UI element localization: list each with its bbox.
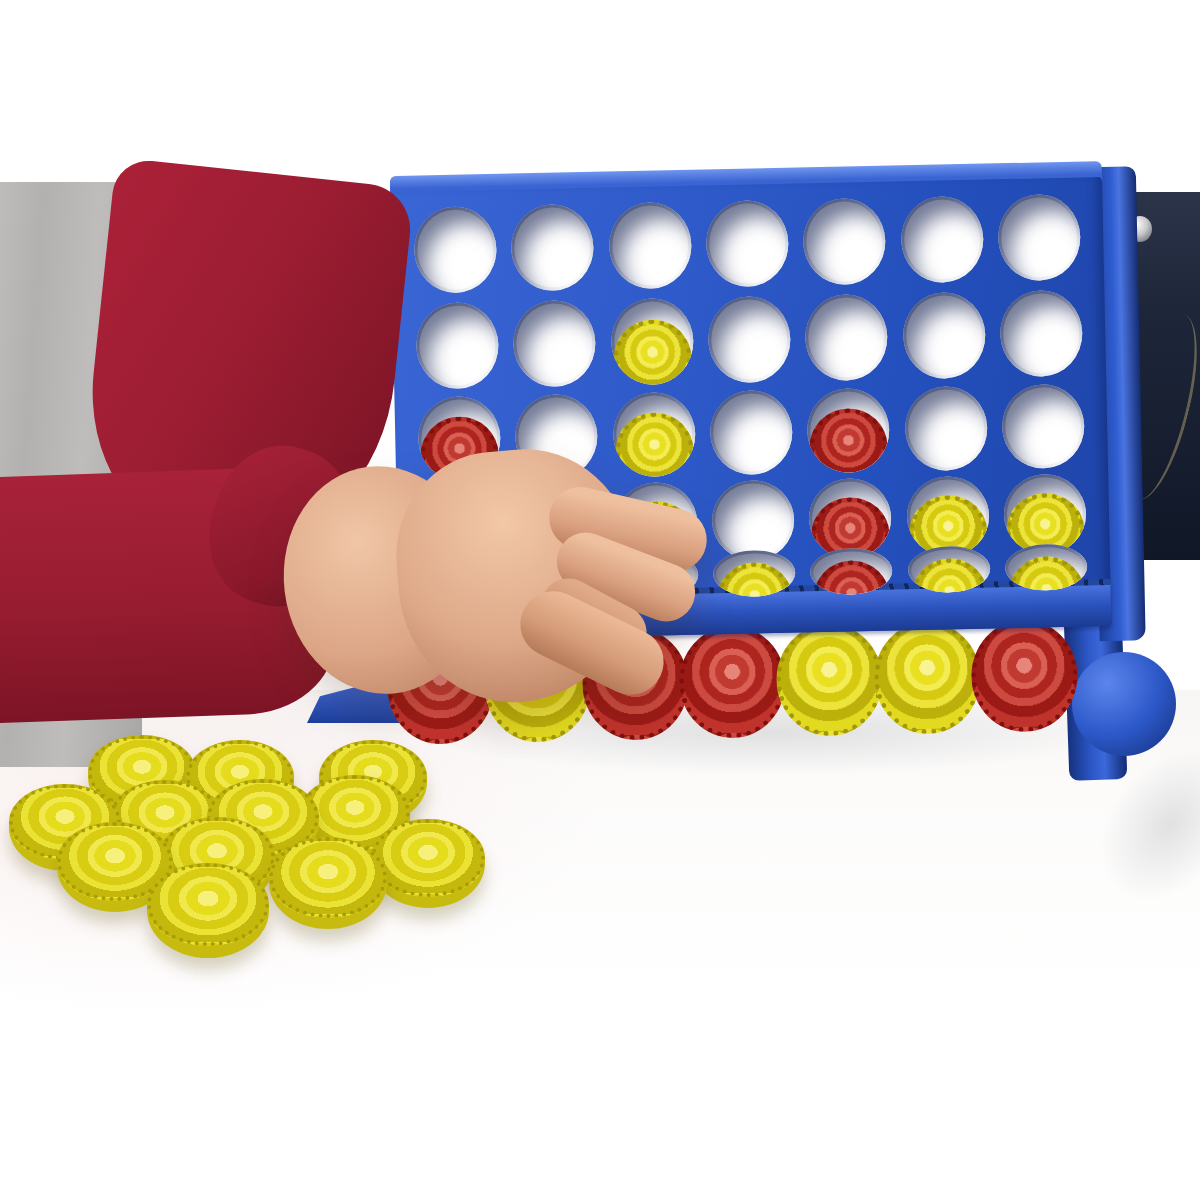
board-hole-c5-r3 <box>806 388 890 474</box>
photo-scene <box>0 0 1200 1200</box>
board-hole-c5-r2 <box>804 294 888 382</box>
yellow-disc <box>614 412 694 477</box>
board-hole-c2-r1 <box>510 204 594 292</box>
board-hole-c2-r2 <box>512 300 596 388</box>
board-hole-c7-r1 <box>997 194 1081 282</box>
board-hole-c3-r1 <box>608 202 692 290</box>
board-top-lip <box>390 161 1102 192</box>
bottom-row-yellow-disc <box>775 623 883 737</box>
tray-yellow-disc <box>371 819 485 908</box>
bottom-row-red-disc <box>678 625 786 739</box>
board-hole-c3-r3 <box>612 392 696 478</box>
board-hole-c6-r2 <box>902 292 986 380</box>
board-hole-c7-r3 <box>1001 384 1085 470</box>
board-hole-c6-r4 <box>906 476 990 558</box>
board-hole-c4-r4 <box>711 480 795 562</box>
board-hole-c1-r1 <box>413 206 497 294</box>
board-hole-c5-r1 <box>802 198 886 286</box>
red-disc <box>808 408 888 473</box>
board-hole-c7-r4 <box>1003 474 1087 556</box>
board-hole-c4-r1 <box>705 200 789 288</box>
board-hole-c1-r2 <box>415 302 499 390</box>
board-hole-c5-r4 <box>808 478 892 560</box>
board-hole-c6-r1 <box>900 196 984 284</box>
board-hole-c7-r2 <box>999 290 1083 378</box>
board-hole-c3-r2 <box>610 298 694 386</box>
board-hole-c4-r3 <box>709 390 793 476</box>
board-hole-c6-r3 <box>904 386 988 472</box>
bottom-row-red-disc <box>970 619 1078 733</box>
board-hole-c4-r2 <box>707 296 791 384</box>
tray-yellow-disc <box>269 837 387 929</box>
tray-yellow-disc <box>147 863 269 958</box>
bottom-row-yellow-disc <box>873 621 981 735</box>
right-leg-foot <box>1036 738 1196 888</box>
yellow-disc <box>612 318 692 385</box>
